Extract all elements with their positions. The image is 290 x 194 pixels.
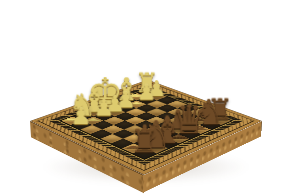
photo-background: ♜♟♟♜♞♟♟♞♝♟♟♝♛♟♟♛♚♟♟♚♝♟♟♝♞♟♟♞♜♟♟♜ [0,0,290,194]
